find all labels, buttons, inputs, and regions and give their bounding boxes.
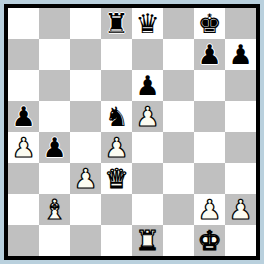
square-c7[interactable] [70,39,101,70]
square-a6[interactable] [8,70,39,101]
square-d7[interactable] [101,39,132,70]
square-e4[interactable] [132,132,163,163]
square-g5[interactable] [194,101,225,132]
square-a3[interactable] [8,163,39,194]
square-a2[interactable] [8,194,39,225]
square-e7[interactable] [132,39,163,70]
square-c6[interactable] [70,70,101,101]
piece-black-pawn-e6[interactable]: ♟ [135,70,159,101]
square-g4[interactable] [194,132,225,163]
square-d2[interactable] [101,194,132,225]
piece-white-pawn-a4[interactable]: ♟ [11,132,35,163]
square-a1[interactable] [8,225,39,256]
square-b5[interactable] [39,101,70,132]
square-h5[interactable] [225,101,256,132]
square-d3[interactable]: ♛ [101,163,132,194]
piece-white-pawn-e5[interactable]: ♟ [135,101,159,132]
square-b4[interactable]: ♟ [39,132,70,163]
piece-black-knight-d5[interactable]: ♞ [104,101,128,132]
square-c4[interactable] [70,132,101,163]
square-e6[interactable]: ♟ [132,70,163,101]
piece-black-pawn-b4[interactable]: ♟ [42,132,66,163]
square-b7[interactable] [39,39,70,70]
square-b8[interactable] [39,8,70,39]
square-e8[interactable]: ♛ [132,8,163,39]
square-a7[interactable] [8,39,39,70]
square-d4[interactable]: ♟ [101,132,132,163]
piece-white-pawn-g2[interactable]: ♟ [197,194,221,225]
square-f4[interactable] [163,132,194,163]
square-d5[interactable]: ♞ [101,101,132,132]
piece-white-pawn-h2[interactable]: ♟ [228,194,252,225]
square-f5[interactable] [163,101,194,132]
square-e3[interactable] [132,163,163,194]
square-g1[interactable]: ♚ [194,225,225,256]
chess-board: ♜♛♚♟♟♟♟♞♟♟♟♟♟♛♝♟♟♜♚ [8,8,256,256]
square-b3[interactable] [39,163,70,194]
square-c3[interactable]: ♟ [70,163,101,194]
square-c8[interactable] [70,8,101,39]
piece-white-pawn-c3[interactable]: ♟ [73,163,97,194]
chess-board-frame: ♜♛♚♟♟♟♟♞♟♟♟♟♟♛♝♟♟♜♚ [4,4,260,260]
square-c1[interactable] [70,225,101,256]
square-e2[interactable] [132,194,163,225]
piece-white-queen-d3[interactable]: ♛ [104,163,128,194]
square-b1[interactable] [39,225,70,256]
square-a5[interactable]: ♟ [8,101,39,132]
square-g6[interactable] [194,70,225,101]
piece-black-pawn-a5[interactable]: ♟ [11,101,35,132]
square-g2[interactable]: ♟ [194,194,225,225]
piece-black-king-g8[interactable]: ♚ [197,8,221,39]
square-g7[interactable]: ♟ [194,39,225,70]
square-f3[interactable] [163,163,194,194]
square-h8[interactable] [225,8,256,39]
square-h7[interactable]: ♟ [225,39,256,70]
square-b6[interactable] [39,70,70,101]
square-h4[interactable] [225,132,256,163]
square-h2[interactable]: ♟ [225,194,256,225]
piece-white-king-g1[interactable]: ♚ [197,225,221,256]
square-d8[interactable]: ♜ [101,8,132,39]
square-b2[interactable]: ♝ [39,194,70,225]
piece-black-rook-d8[interactable]: ♜ [104,8,128,39]
piece-black-pawn-h7[interactable]: ♟ [228,39,252,70]
square-h3[interactable] [225,163,256,194]
piece-white-bishop-b2[interactable]: ♝ [42,194,66,225]
square-e5[interactable]: ♟ [132,101,163,132]
square-h6[interactable] [225,70,256,101]
piece-black-pawn-g7[interactable]: ♟ [197,39,221,70]
square-c5[interactable] [70,101,101,132]
square-a4[interactable]: ♟ [8,132,39,163]
square-g3[interactable] [194,163,225,194]
square-e1[interactable]: ♜ [132,225,163,256]
square-f7[interactable] [163,39,194,70]
piece-white-pawn-d4[interactable]: ♟ [104,132,128,163]
piece-white-rook-e1[interactable]: ♜ [135,225,159,256]
square-a8[interactable] [8,8,39,39]
square-d6[interactable] [101,70,132,101]
square-c2[interactable] [70,194,101,225]
piece-black-queen-e8[interactable]: ♛ [135,8,159,39]
square-f6[interactable] [163,70,194,101]
square-f8[interactable] [163,8,194,39]
square-g8[interactable]: ♚ [194,8,225,39]
square-h1[interactable] [225,225,256,256]
square-f2[interactable] [163,194,194,225]
square-f1[interactable] [163,225,194,256]
square-d1[interactable] [101,225,132,256]
